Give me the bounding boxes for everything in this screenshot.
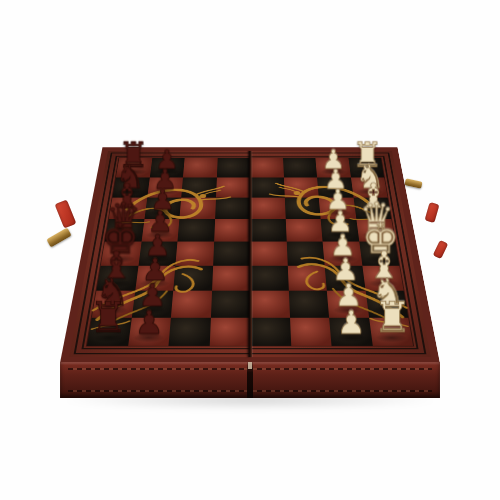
box-halves-gap: [247, 362, 253, 398]
ribbon-pull-right-upper: [425, 202, 440, 223]
chess-board-box: ♜♟♟♜♞♟♟♞♝♟♟♝♛♟♟♛♚♟♟♚♝♟♟♝♞♟♟♞♜♟♟♜: [60, 147, 440, 363]
ribbon-pull-right-lower: [433, 240, 449, 259]
box-front-face: [60, 362, 440, 398]
brass-clasp-right: [404, 178, 422, 188]
chess-set-photo: ♜♟♟♜♞♟♟♞♝♟♟♝♛♟♟♛♚♟♟♚♝♟♟♝♞♟♟♞♜♟♟♜: [0, 0, 500, 500]
board-surface: [60, 147, 440, 363]
phoenix-motif-right: [298, 258, 410, 327]
dragon-motif-right: [270, 183, 379, 225]
phoenix-motif-left: [90, 260, 202, 329]
ribbon-pull-left: [55, 200, 77, 229]
brass-clasp-left: [46, 228, 71, 248]
dragon-motif-left: [121, 186, 231, 228]
fold-hinge-line: [248, 151, 252, 357]
